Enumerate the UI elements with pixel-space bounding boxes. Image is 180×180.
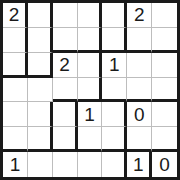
cell-r2-c6[interactable]	[152, 53, 177, 78]
cell-r1-c2[interactable]	[53, 28, 78, 53]
cell-r0-c4[interactable]	[102, 3, 127, 28]
cell-r4-c4[interactable]	[102, 102, 127, 127]
cell-r5-c4[interactable]	[102, 127, 127, 152]
cell-r0-c5[interactable]: 2	[127, 3, 152, 28]
cell-r0-c0[interactable]: 2	[3, 3, 28, 28]
clue-number: 1	[84, 105, 95, 124]
cell-r2-c3[interactable]	[78, 53, 103, 78]
cell-r0-c6[interactable]	[152, 3, 177, 28]
cell-r2-c4[interactable]: 1	[102, 53, 127, 78]
cell-r1-c5[interactable]	[127, 28, 152, 53]
cell-r5-c1[interactable]	[28, 127, 53, 152]
cell-r1-c1[interactable]	[28, 28, 53, 53]
cell-r1-c6[interactable]	[152, 28, 177, 53]
cell-r2-c5[interactable]	[127, 53, 152, 78]
cell-r5-c6[interactable]	[152, 127, 177, 152]
cell-r4-c5[interactable]: 0	[127, 102, 152, 127]
cell-r4-c0[interactable]	[3, 102, 28, 127]
cell-r6-c1[interactable]	[28, 152, 53, 177]
cell-r5-c2[interactable]	[53, 127, 78, 152]
cell-r3-c1[interactable]	[28, 78, 53, 103]
cell-r3-c2[interactable]	[53, 78, 78, 103]
cell-r4-c6[interactable]	[152, 102, 177, 127]
cell-r2-c0[interactable]	[3, 53, 28, 78]
clue-number: 0	[159, 155, 170, 174]
cell-r3-c0[interactable]	[3, 78, 28, 103]
clue-number: 0	[134, 105, 145, 124]
clue-number: 1	[10, 155, 21, 174]
cell-r4-c2[interactable]	[53, 102, 78, 127]
cell-r1-c4[interactable]	[102, 28, 127, 53]
cell-r5-c3[interactable]	[78, 127, 103, 152]
cell-r1-c0[interactable]	[3, 28, 28, 53]
cell-r5-c0[interactable]	[3, 127, 28, 152]
cell-r3-c4[interactable]	[102, 78, 127, 103]
cell-r0-c3[interactable]	[78, 3, 103, 28]
cell-r4-c3[interactable]: 1	[78, 102, 103, 127]
cell-r3-c3[interactable]	[78, 78, 103, 103]
cell-r2-c1[interactable]	[28, 53, 53, 78]
cell-r0-c1[interactable]	[28, 3, 53, 28]
cell-r3-c6[interactable]	[152, 78, 177, 103]
cell-r5-c5[interactable]	[127, 127, 152, 152]
cell-r6-c3[interactable]	[78, 152, 103, 177]
clue-number: 2	[59, 55, 70, 74]
puzzle-board: 222110110	[0, 0, 180, 180]
clue-number: 2	[134, 5, 145, 24]
cell-r1-c3[interactable]	[78, 28, 103, 53]
cell-r6-c2[interactable]	[53, 152, 78, 177]
cell-r6-c4[interactable]	[102, 152, 127, 177]
clue-number: 1	[133, 155, 144, 174]
clue-number: 2	[9, 5, 20, 24]
cell-r6-c0[interactable]: 1	[3, 152, 28, 177]
cell-r3-c5[interactable]	[127, 78, 152, 103]
cell-r6-c6[interactable]: 0	[152, 152, 177, 177]
cell-r4-c1[interactable]	[28, 102, 53, 127]
cell-r6-c5[interactable]: 1	[127, 152, 152, 177]
cell-r2-c2[interactable]: 2	[53, 53, 78, 78]
clue-number: 1	[109, 55, 120, 74]
cell-r0-c2[interactable]	[53, 3, 78, 28]
